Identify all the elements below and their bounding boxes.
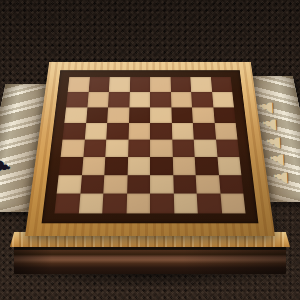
square-d4[interactable] (128, 140, 150, 157)
square-a6[interactable] (64, 107, 87, 123)
square-c7[interactable] (108, 92, 129, 107)
square-a5[interactable] (63, 123, 86, 140)
square-e5[interactable] (150, 123, 172, 140)
square-a2[interactable] (57, 175, 82, 194)
square-d6[interactable] (129, 107, 150, 123)
square-h8[interactable] (211, 77, 233, 92)
square-f6[interactable] (171, 107, 193, 123)
right-tray-piece-pawn[interactable]: ♟ (264, 132, 283, 151)
square-f4[interactable] (172, 140, 195, 157)
square-d7[interactable] (129, 92, 150, 107)
chess-box-top (25, 62, 275, 236)
square-g3[interactable] (195, 157, 219, 175)
chess-board[interactable] (54, 77, 245, 213)
square-b6[interactable] (86, 107, 108, 123)
square-a8[interactable] (68, 77, 90, 92)
square-h1[interactable] (220, 194, 245, 214)
square-f3[interactable] (172, 157, 195, 175)
square-c2[interactable] (103, 175, 127, 194)
square-h7[interactable] (212, 92, 234, 107)
right-tray-piece-pawn[interactable]: ♟ (257, 97, 276, 116)
square-c1[interactable] (102, 194, 126, 214)
square-b2[interactable] (80, 175, 104, 194)
square-c4[interactable] (105, 140, 128, 157)
square-e2[interactable] (150, 175, 173, 194)
square-c5[interactable] (106, 123, 128, 140)
square-g2[interactable] (196, 175, 220, 194)
square-g8[interactable] (190, 77, 211, 92)
square-a3[interactable] (59, 157, 83, 175)
square-h3[interactable] (217, 157, 241, 175)
square-f5[interactable] (171, 123, 193, 140)
square-f7[interactable] (171, 92, 192, 107)
square-b3[interactable] (81, 157, 105, 175)
square-g6[interactable] (192, 107, 214, 123)
box-base-molding (14, 246, 286, 274)
square-e6[interactable] (150, 107, 171, 123)
square-e4[interactable] (150, 140, 172, 157)
square-g7[interactable] (191, 92, 213, 107)
maple-frame (25, 62, 275, 236)
square-d8[interactable] (129, 77, 150, 92)
square-h2[interactable] (219, 175, 244, 194)
square-b8[interactable] (88, 77, 109, 92)
square-h4[interactable] (216, 140, 240, 157)
square-h5[interactable] (214, 123, 237, 140)
square-d3[interactable] (127, 157, 150, 175)
square-f2[interactable] (173, 175, 197, 194)
right-tray-piece-pawn[interactable]: ♟ (268, 149, 287, 168)
square-e3[interactable] (150, 157, 173, 175)
scene-background-fabric: ♟ ♟♟♟♟♟ (0, 0, 300, 300)
square-g4[interactable] (194, 140, 217, 157)
square-f8[interactable] (170, 77, 191, 92)
square-e1[interactable] (150, 194, 174, 214)
square-d2[interactable] (127, 175, 150, 194)
square-d1[interactable] (126, 194, 150, 214)
square-e7[interactable] (150, 92, 171, 107)
square-b5[interactable] (84, 123, 107, 140)
square-c6[interactable] (107, 107, 129, 123)
square-c8[interactable] (109, 77, 130, 92)
square-a1[interactable] (54, 194, 79, 214)
square-b7[interactable] (87, 92, 109, 107)
square-d5[interactable] (128, 123, 150, 140)
walnut-inner-border (42, 70, 259, 223)
left-tray-piece-pawn[interactable]: ♟ (0, 157, 15, 176)
square-b4[interactable] (83, 140, 106, 157)
square-b1[interactable] (78, 194, 103, 214)
square-g5[interactable] (193, 123, 216, 140)
square-a4[interactable] (61, 140, 85, 157)
right-tray-piece-pawn[interactable]: ♟ (272, 167, 291, 186)
square-e8[interactable] (150, 77, 171, 92)
square-h6[interactable] (213, 107, 236, 123)
right-tray-piece-pawn[interactable]: ♟ (260, 114, 279, 133)
square-f1[interactable] (173, 194, 197, 214)
square-c3[interactable] (104, 157, 127, 175)
square-a7[interactable] (66, 92, 88, 107)
square-g1[interactable] (197, 194, 222, 214)
